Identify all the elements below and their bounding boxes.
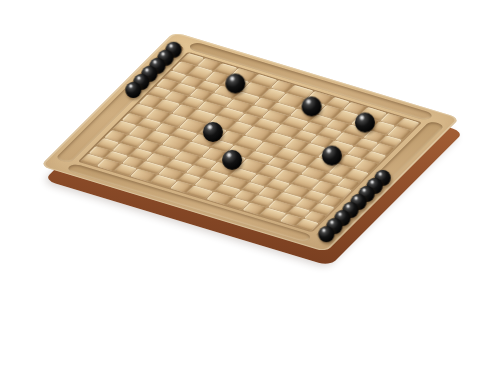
- black-marble[interactable]: [302, 96, 322, 116]
- black-marble[interactable]: [125, 82, 141, 98]
- black-marble[interactable]: [322, 145, 342, 165]
- black-marble[interactable]: [225, 73, 245, 93]
- game-board: [40, 32, 460, 252]
- black-marble[interactable]: [203, 122, 223, 142]
- photo-background: [0, 0, 500, 374]
- black-marble[interactable]: [318, 226, 334, 242]
- black-marble[interactable]: [222, 150, 242, 170]
- black-marble[interactable]: [355, 112, 375, 132]
